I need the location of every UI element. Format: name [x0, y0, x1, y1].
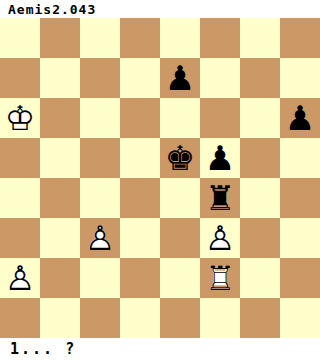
black-pawn-e7: ♟ — [160, 58, 200, 98]
square-f8[interactable] — [200, 18, 240, 58]
black-pawn-icon: ♟ — [200, 138, 240, 178]
square-e1[interactable] — [160, 298, 200, 338]
white-pawn-icon: ♙ — [200, 218, 240, 258]
square-h3[interactable] — [280, 218, 320, 258]
black-rook-icon: ♜ — [200, 178, 240, 218]
square-a8[interactable] — [0, 18, 40, 58]
square-f5[interactable]: ♟ — [200, 138, 240, 178]
black-rook-f4: ♜ — [200, 178, 240, 218]
white-pawn-f3: ♟♙ — [200, 218, 240, 258]
square-f2[interactable]: ♜♖ — [200, 258, 240, 298]
square-g8[interactable] — [240, 18, 280, 58]
square-d4[interactable] — [120, 178, 160, 218]
black-pawn-h6: ♟ — [280, 98, 320, 138]
square-b7[interactable] — [40, 58, 80, 98]
square-h7[interactable] — [280, 58, 320, 98]
square-f6[interactable] — [200, 98, 240, 138]
square-h1[interactable] — [280, 298, 320, 338]
square-b2[interactable] — [40, 258, 80, 298]
square-c3[interactable]: ♟♙ — [80, 218, 120, 258]
square-b6[interactable] — [40, 98, 80, 138]
square-g4[interactable] — [240, 178, 280, 218]
square-c1[interactable] — [80, 298, 120, 338]
chess-diagram-window: Aemis2.043 ♟♚♔♟♚♟♜♟♙♟♙♟♙♜♖ 1... ? — [0, 0, 320, 360]
square-e5[interactable]: ♚ — [160, 138, 200, 178]
square-d1[interactable] — [120, 298, 160, 338]
square-g1[interactable] — [240, 298, 280, 338]
white-king-icon: ♔ — [0, 98, 40, 138]
square-d2[interactable] — [120, 258, 160, 298]
white-king-a6: ♚♔ — [0, 98, 40, 138]
square-f1[interactable] — [200, 298, 240, 338]
square-d3[interactable] — [120, 218, 160, 258]
black-pawn-f5: ♟ — [200, 138, 240, 178]
white-rook-icon: ♖ — [200, 258, 240, 298]
square-h2[interactable] — [280, 258, 320, 298]
square-a6[interactable]: ♚♔ — [0, 98, 40, 138]
square-a1[interactable] — [0, 298, 40, 338]
black-pawn-icon: ♟ — [160, 58, 200, 98]
black-king-icon: ♚ — [160, 138, 200, 178]
square-c7[interactable] — [80, 58, 120, 98]
square-e4[interactable] — [160, 178, 200, 218]
white-pawn-icon: ♙ — [80, 218, 120, 258]
square-e3[interactable] — [160, 218, 200, 258]
square-e8[interactable] — [160, 18, 200, 58]
square-f7[interactable] — [200, 58, 240, 98]
white-pawn-a2: ♟♙ — [0, 258, 40, 298]
square-b8[interactable] — [40, 18, 80, 58]
square-c5[interactable] — [80, 138, 120, 178]
square-g5[interactable] — [240, 138, 280, 178]
move-prompt: 1... ? — [10, 340, 76, 358]
white-pawn-c3: ♟♙ — [80, 218, 120, 258]
square-a7[interactable] — [0, 58, 40, 98]
square-g2[interactable] — [240, 258, 280, 298]
square-b3[interactable] — [40, 218, 80, 258]
black-pawn-icon: ♟ — [280, 98, 320, 138]
chess-board: ♟♚♔♟♚♟♜♟♙♟♙♟♙♜♖ — [0, 18, 320, 338]
square-d6[interactable] — [120, 98, 160, 138]
white-pawn-icon: ♙ — [0, 258, 40, 298]
titlebar: Aemis2.043 — [0, 0, 320, 18]
statusbar: 1... ? — [0, 338, 320, 360]
square-g6[interactable] — [240, 98, 280, 138]
square-c8[interactable] — [80, 18, 120, 58]
white-rook-f2: ♜♖ — [200, 258, 240, 298]
square-d7[interactable] — [120, 58, 160, 98]
square-d5[interactable] — [120, 138, 160, 178]
square-g7[interactable] — [240, 58, 280, 98]
square-a4[interactable] — [0, 178, 40, 218]
square-h4[interactable] — [280, 178, 320, 218]
square-e7[interactable]: ♟ — [160, 58, 200, 98]
square-c2[interactable] — [80, 258, 120, 298]
square-h5[interactable] — [280, 138, 320, 178]
square-f4[interactable]: ♜ — [200, 178, 240, 218]
square-b1[interactable] — [40, 298, 80, 338]
square-h6[interactable]: ♟ — [280, 98, 320, 138]
square-f3[interactable]: ♟♙ — [200, 218, 240, 258]
square-a2[interactable]: ♟♙ — [0, 258, 40, 298]
square-a3[interactable] — [0, 218, 40, 258]
window-title: Aemis2.043 — [8, 2, 96, 17]
square-a5[interactable] — [0, 138, 40, 178]
square-e2[interactable] — [160, 258, 200, 298]
square-d8[interactable] — [120, 18, 160, 58]
square-b5[interactable] — [40, 138, 80, 178]
square-h8[interactable] — [280, 18, 320, 58]
square-c6[interactable] — [80, 98, 120, 138]
square-g3[interactable] — [240, 218, 280, 258]
square-e6[interactable] — [160, 98, 200, 138]
black-king-e5: ♚ — [160, 138, 200, 178]
square-b4[interactable] — [40, 178, 80, 218]
square-c4[interactable] — [80, 178, 120, 218]
